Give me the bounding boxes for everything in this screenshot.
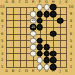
row-label-right-10: 10 xyxy=(69,5,74,9)
stone-H3 xyxy=(50,50,57,57)
stone-J8 xyxy=(57,17,64,24)
column-label-bottom-B: B xyxy=(12,69,15,73)
grid-line-horizontal xyxy=(6,34,67,35)
row-label-left-3: 3 xyxy=(1,52,3,56)
stone-E6 xyxy=(30,31,37,38)
go-board[interactable]: AABBCCDDEEFFGGHHJJKK10109988776655443322… xyxy=(0,0,75,75)
column-label-top-K: K xyxy=(65,0,68,4)
row-label-right-1: 1 xyxy=(70,65,72,69)
column-label-top-J: J xyxy=(59,0,60,4)
column-label-bottom-K: K xyxy=(65,69,68,73)
move-number-label: 21 xyxy=(31,26,35,29)
stone-G4 xyxy=(43,44,50,51)
stone-E5 xyxy=(30,37,37,44)
row-label-left-2: 2 xyxy=(1,58,3,62)
stone-F10 xyxy=(37,4,44,11)
grid-line-vertical xyxy=(60,7,61,67)
stone-G2 xyxy=(43,57,50,64)
stone-E7: 21 xyxy=(30,24,37,31)
row-label-left-9: 9 xyxy=(1,12,3,16)
grid-line-vertical xyxy=(13,7,14,67)
stone-E8: 22 xyxy=(30,17,37,24)
stone-H1 xyxy=(50,64,57,71)
stone-H6 xyxy=(50,31,57,38)
column-label-bottom-D: D xyxy=(25,69,28,73)
stone-F4 xyxy=(37,44,44,51)
row-label-right-5: 5 xyxy=(70,39,72,43)
column-label-bottom-E: E xyxy=(32,69,34,73)
stone-G10 xyxy=(43,4,50,11)
row-label-left-6: 6 xyxy=(1,32,3,36)
grid-line-vertical xyxy=(20,7,21,67)
grid-line-vertical xyxy=(66,7,67,67)
row-label-right-3: 3 xyxy=(70,52,72,56)
stone-F8 xyxy=(37,17,44,24)
stone-F1 xyxy=(37,64,44,71)
stone-H2 xyxy=(50,57,57,64)
column-label-top-C: C xyxy=(19,0,22,4)
stone-F7 xyxy=(37,24,44,31)
row-label-right-2: 2 xyxy=(70,58,72,62)
grid-line-vertical xyxy=(6,7,7,67)
row-label-right-6: 6 xyxy=(70,32,72,36)
row-label-right-9: 9 xyxy=(70,12,72,16)
row-label-left-5: 5 xyxy=(1,39,3,43)
stone-H9 xyxy=(50,11,57,18)
stone-G1 xyxy=(43,64,50,71)
column-label-top-E: E xyxy=(32,0,34,4)
row-label-left-4: 4 xyxy=(1,45,3,49)
stone-G3 xyxy=(43,50,50,57)
row-label-right-4: 4 xyxy=(70,45,72,49)
column-label-top-B: B xyxy=(12,0,15,4)
column-label-bottom-A: A xyxy=(5,69,8,73)
column-label-top-A: A xyxy=(5,0,8,4)
stone-E3 xyxy=(30,50,37,57)
stone-G9 xyxy=(43,11,50,18)
stone-H10 xyxy=(50,4,57,11)
row-label-left-7: 7 xyxy=(1,25,3,29)
stone-E4 xyxy=(30,44,37,51)
row-label-right-7: 7 xyxy=(70,25,72,29)
column-label-bottom-J: J xyxy=(59,69,60,73)
column-label-bottom-C: C xyxy=(19,69,22,73)
stone-F9 xyxy=(37,11,44,18)
stone-F3 xyxy=(37,50,44,57)
row-label-left-1: 1 xyxy=(1,65,3,69)
stone-E9 xyxy=(30,11,37,18)
stone-F2 xyxy=(37,57,44,64)
row-label-left-8: 8 xyxy=(1,19,3,23)
stone-F5 xyxy=(37,37,44,44)
row-label-left-10: 10 xyxy=(0,5,5,9)
row-label-right-8: 8 xyxy=(70,19,72,23)
move-number-label: 22 xyxy=(31,19,35,22)
column-label-top-D: D xyxy=(25,0,28,4)
grid-line-vertical xyxy=(26,7,27,67)
